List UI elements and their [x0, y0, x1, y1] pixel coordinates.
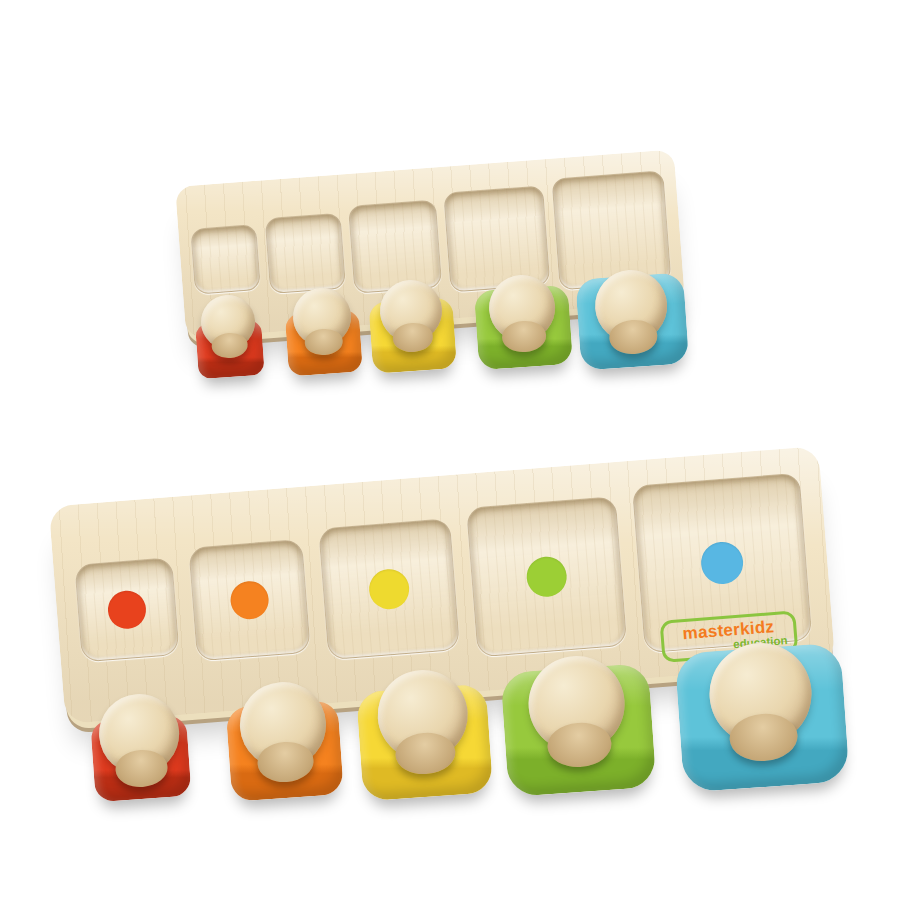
yellow-dot: [368, 568, 411, 611]
peg-blue: [674, 637, 850, 792]
slot-orange: [264, 213, 345, 294]
peg-yellow: [367, 277, 457, 374]
green-dot: [525, 555, 568, 598]
peg-green: [473, 272, 573, 370]
peg-yellow: [355, 666, 494, 802]
peg-red: [193, 293, 265, 379]
slot-green: [466, 496, 627, 657]
peg-blue: [575, 266, 690, 370]
blue-dot: [700, 540, 745, 585]
peg-orange: [224, 678, 344, 802]
peg-red: [88, 691, 191, 802]
product-photo: masterkidz education: [0, 0, 900, 900]
peg-orange: [283, 286, 363, 377]
slot-yellow: [318, 518, 460, 660]
peg-green: [499, 651, 656, 797]
slot-red: [74, 557, 179, 662]
assembly-bottom: masterkidz education: [0, 0, 900, 900]
orange-dot: [229, 580, 270, 621]
red-dot: [107, 589, 148, 630]
slot-red: [191, 224, 262, 295]
slot-orange: [188, 539, 311, 662]
